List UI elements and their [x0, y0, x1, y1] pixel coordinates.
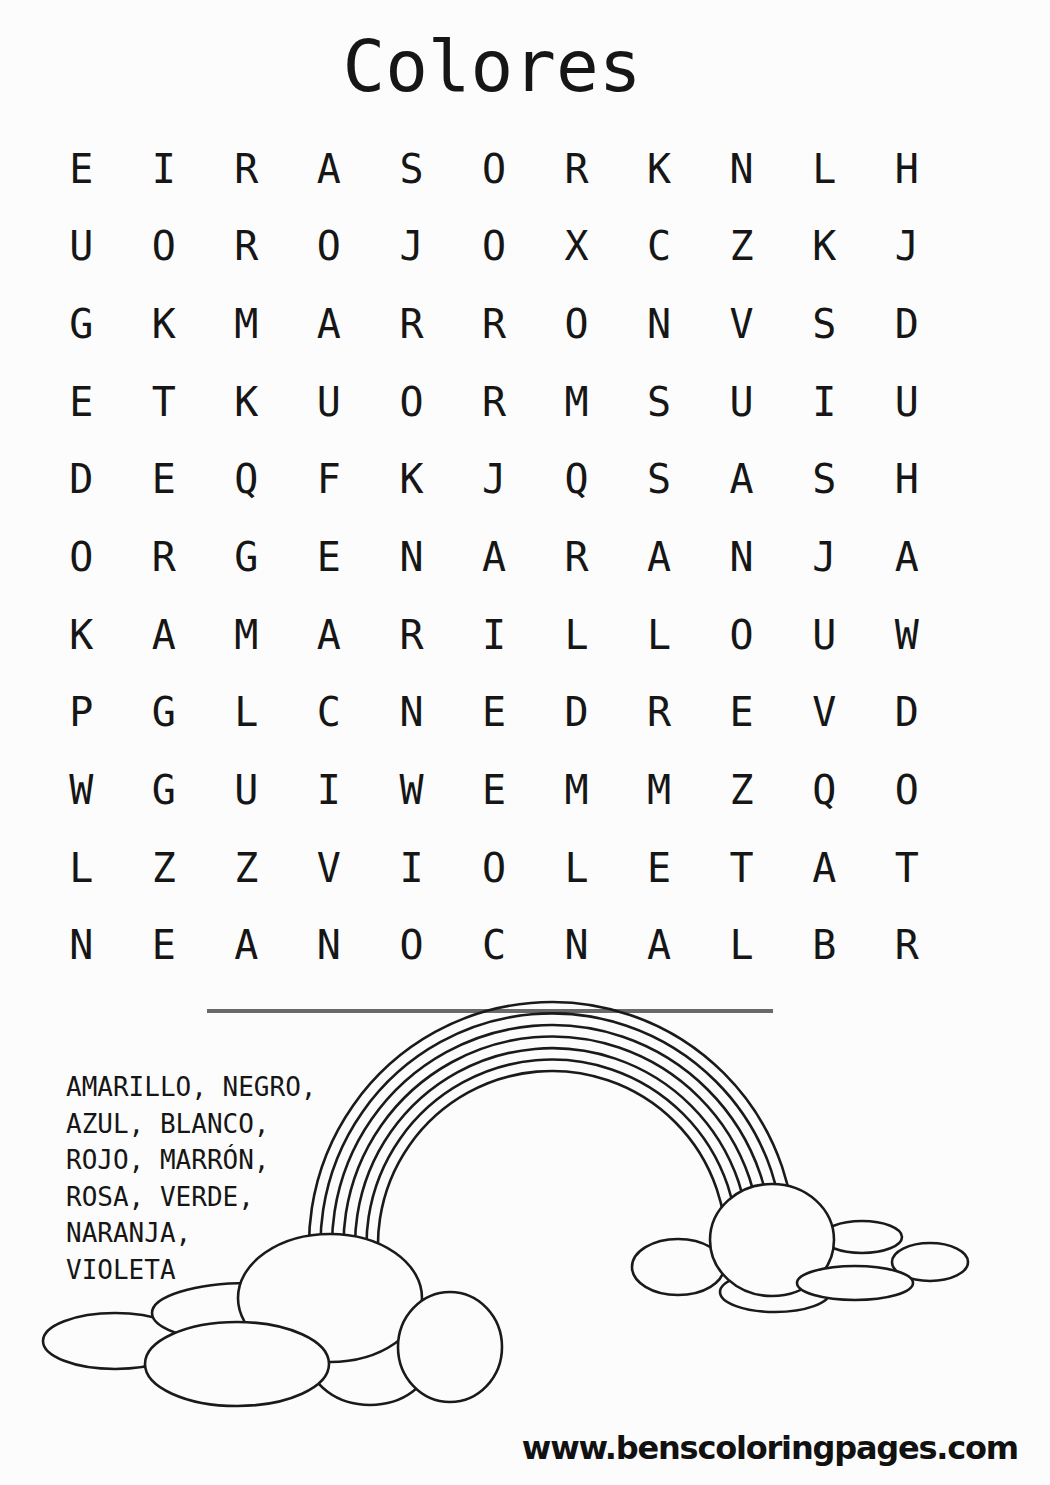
grid-cell[interactable]: O	[535, 285, 618, 363]
grid-cell[interactable]: Z	[700, 751, 783, 829]
grid-cell[interactable]: U	[865, 363, 948, 441]
grid-cell[interactable]: D	[535, 673, 618, 751]
grid-cell[interactable]: C	[618, 208, 701, 286]
grid-cell[interactable]: N	[40, 906, 123, 984]
grid-cell[interactable]: R	[205, 130, 288, 208]
grid-cell[interactable]: N	[370, 673, 453, 751]
grid-cell[interactable]: H	[865, 441, 948, 519]
grid-cell[interactable]: J	[783, 518, 866, 596]
website-url: www.benscoloringpages.com	[522, 1432, 1018, 1464]
grid-cell[interactable]: U	[205, 751, 288, 829]
grid-cell[interactable]: K	[370, 441, 453, 519]
word-search-grid[interactable]: EIRASORKNLHUOROJOXCZKJGKMARRONVSDETKUORM…	[40, 130, 948, 984]
grid-cell[interactable]: C	[288, 673, 371, 751]
grid-cell[interactable]: O	[370, 363, 453, 441]
grid-cell[interactable]: R	[370, 285, 453, 363]
grid-cell[interactable]: E	[123, 906, 206, 984]
grid-cell[interactable]: A	[700, 441, 783, 519]
grid-cell[interactable]: W	[865, 596, 948, 674]
grid-cell[interactable]: R	[535, 130, 618, 208]
grid-cell[interactable]: J	[370, 208, 453, 286]
grid-cell[interactable]: I	[453, 596, 536, 674]
grid-cell[interactable]: Q	[783, 751, 866, 829]
grid-cell[interactable]: U	[40, 208, 123, 286]
grid-cell[interactable]: V	[288, 829, 371, 907]
grid-cell[interactable]: R	[865, 906, 948, 984]
grid-cell[interactable]: O	[700, 596, 783, 674]
grid-cell[interactable]: U	[288, 363, 371, 441]
grid-cell[interactable]: K	[123, 285, 206, 363]
word-list-line: VIOLETA	[66, 1252, 316, 1289]
grid-cell[interactable]: W	[370, 751, 453, 829]
grid-cell[interactable]: R	[205, 208, 288, 286]
grid-cell[interactable]: Z	[700, 208, 783, 286]
grid-cell[interactable]: T	[700, 829, 783, 907]
grid-cell[interactable]: A	[205, 906, 288, 984]
grid-cell[interactable]: E	[40, 130, 123, 208]
grid-cell[interactable]: L	[535, 596, 618, 674]
grid-cell[interactable]: Q	[535, 441, 618, 519]
grid-cell[interactable]: N	[535, 906, 618, 984]
grid-cell[interactable]: D	[40, 441, 123, 519]
grid-cell[interactable]: A	[618, 518, 701, 596]
grid-cell[interactable]: G	[123, 673, 206, 751]
grid-cell[interactable]: R	[453, 285, 536, 363]
grid-cell[interactable]: A	[453, 518, 536, 596]
grid-cell[interactable]: A	[783, 829, 866, 907]
grid-cell[interactable]: Z	[123, 829, 206, 907]
grid-cell[interactable]: U	[700, 363, 783, 441]
grid-cell[interactable]: K	[40, 596, 123, 674]
grid-cell[interactable]: S	[783, 285, 866, 363]
grid-cell[interactable]: O	[288, 208, 371, 286]
word-list-line: ROSA, VERDE,	[66, 1179, 316, 1216]
grid-cell[interactable]: I	[123, 130, 206, 208]
grid-cell[interactable]: V	[700, 285, 783, 363]
grid-cell[interactable]: R	[123, 518, 206, 596]
grid-cell[interactable]: S	[783, 441, 866, 519]
grid-cell[interactable]: Q	[205, 441, 288, 519]
grid-cell[interactable]: R	[453, 363, 536, 441]
grid-cell[interactable]: D	[865, 285, 948, 363]
grid-cell[interactable]: E	[700, 673, 783, 751]
grid-cell[interactable]: E	[288, 518, 371, 596]
grid-cell[interactable]: I	[288, 751, 371, 829]
grid-cell[interactable]: O	[370, 906, 453, 984]
grid-cell[interactable]: R	[535, 518, 618, 596]
grid-cell[interactable]: O	[453, 208, 536, 286]
grid-cell[interactable]: A	[865, 518, 948, 596]
grid-cell[interactable]: O	[453, 829, 536, 907]
grid-cell[interactable]: S	[618, 441, 701, 519]
word-search-page: { "game": "word-search", "title": "Color…	[0, 0, 1050, 1485]
grid-cell[interactable]: X	[535, 208, 618, 286]
grid-cell[interactable]: L	[40, 829, 123, 907]
grid-cell[interactable]: A	[618, 906, 701, 984]
grid-cell[interactable]: R	[618, 673, 701, 751]
grid-cell[interactable]: I	[370, 829, 453, 907]
grid-cell[interactable]: C	[453, 906, 536, 984]
grid-cell[interactable]: L	[783, 130, 866, 208]
grid-cell[interactable]: G	[205, 518, 288, 596]
word-list-line: NARANJA,	[66, 1215, 316, 1252]
grid-cell[interactable]: H	[865, 130, 948, 208]
grid-cell[interactable]: V	[783, 673, 866, 751]
word-list-line: AZUL, BLANCO,	[66, 1106, 316, 1143]
grid-cell[interactable]: M	[205, 285, 288, 363]
grid-cell[interactable]: L	[700, 906, 783, 984]
grid-cell[interactable]: J	[865, 208, 948, 286]
grid-cell[interactable]: K	[783, 208, 866, 286]
grid-cell[interactable]: E	[40, 363, 123, 441]
word-list-line: AMARILLO, NEGRO,	[66, 1069, 316, 1106]
grid-cell[interactable]: E	[123, 441, 206, 519]
grid-cell[interactable]: E	[453, 673, 536, 751]
grid-cell[interactable]: G	[123, 751, 206, 829]
grid-cell[interactable]: O	[40, 518, 123, 596]
grid-cell[interactable]: A	[288, 285, 371, 363]
grid-cell[interactable]: L	[535, 829, 618, 907]
word-list-line: ROJO, MARRÓN,	[66, 1142, 316, 1179]
grid-cell[interactable]: M	[535, 751, 618, 829]
grid-cell[interactable]: N	[700, 130, 783, 208]
grid-cell[interactable]: N	[370, 518, 453, 596]
grid-cell[interactable]: G	[40, 285, 123, 363]
grid-cell[interactable]: K	[618, 130, 701, 208]
grid-cell[interactable]: W	[40, 751, 123, 829]
grid-cell[interactable]: J	[453, 441, 536, 519]
grid-cell[interactable]: A	[288, 596, 371, 674]
grid-cell[interactable]: E	[618, 829, 701, 907]
grid-cell[interactable]: S	[370, 130, 453, 208]
grid-cell[interactable]: B	[783, 906, 866, 984]
grid-cell[interactable]: S	[618, 363, 701, 441]
grid-cell[interactable]: O	[123, 208, 206, 286]
grid-cell[interactable]: U	[783, 596, 866, 674]
page-title: Colores	[342, 31, 641, 102]
word-list: AMARILLO, NEGRO, AZUL, BLANCO, ROJO, MAR…	[66, 1069, 316, 1288]
cloud-right	[632, 1184, 968, 1312]
grid-cell[interactable]: T	[865, 829, 948, 907]
grid-cell[interactable]: A	[288, 130, 371, 208]
grid-cell[interactable]: O	[865, 751, 948, 829]
grid-cell[interactable]: I	[783, 363, 866, 441]
grid-cell[interactable]: L	[618, 596, 701, 674]
grid-cell[interactable]: Z	[205, 829, 288, 907]
grid-cell[interactable]: N	[700, 518, 783, 596]
grid-cell[interactable]: D	[865, 673, 948, 751]
grid-cell[interactable]: F	[288, 441, 371, 519]
grid-cell[interactable]: L	[205, 673, 288, 751]
grid-cell[interactable]: N	[288, 906, 371, 984]
grid-cell[interactable]: N	[618, 285, 701, 363]
grid-cell[interactable]: K	[205, 363, 288, 441]
grid-cell[interactable]: T	[123, 363, 206, 441]
grid-cell[interactable]: O	[453, 130, 536, 208]
grid-cell[interactable]: M	[535, 363, 618, 441]
grid-cell[interactable]: R	[370, 596, 453, 674]
grid-cell[interactable]: P	[40, 673, 123, 751]
grid-cell[interactable]: M	[618, 751, 701, 829]
grid-cell[interactable]: E	[453, 751, 536, 829]
grid-cell[interactable]: M	[205, 596, 288, 674]
grid-cell[interactable]: A	[123, 596, 206, 674]
